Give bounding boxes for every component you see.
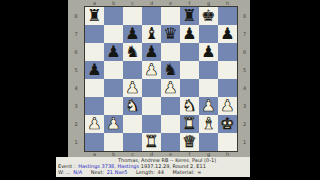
piece-white-bishop-g2[interactable]: ♝	[201, 116, 215, 132]
square-g3[interactable]: ♟	[199, 97, 218, 115]
square-f5[interactable]	[180, 61, 199, 79]
square-d2[interactable]	[142, 115, 161, 133]
piece-white-pawn-e4[interactable]: ♟	[163, 80, 177, 96]
piece-black-king-g8[interactable]: ♚	[201, 8, 215, 24]
rank-label-4-right: 4	[239, 79, 250, 97]
rank-label-8-left: 8	[68, 7, 84, 25]
status-line: W: ... N/A Next: 21.Nxe5 Length: 44 Mate…	[58, 170, 201, 175]
square-b2[interactable]: ♟	[104, 115, 123, 133]
square-d1[interactable]: ♜	[142, 133, 161, 151]
square-f8[interactable]: ♜	[180, 7, 199, 25]
piece-white-queen-f1[interactable]: ♛	[182, 134, 196, 150]
square-c6[interactable]: ♞	[123, 43, 142, 61]
piece-black-bishop-d7[interactable]: ♝	[144, 26, 158, 42]
square-e2[interactable]	[161, 115, 180, 133]
rank-label-6-right: 6	[239, 43, 250, 61]
square-g1[interactable]	[199, 133, 218, 151]
rank-label-7-left: 7	[68, 25, 84, 43]
square-c1[interactable]	[123, 133, 142, 151]
square-c4[interactable]: ♟	[123, 79, 142, 97]
square-b8[interactable]	[104, 7, 123, 25]
rank-label-1-right: 1	[239, 133, 250, 151]
rank-label-5-left: 5	[68, 61, 84, 79]
square-d6[interactable]: ♟	[142, 43, 161, 61]
square-g2[interactable]: ♝	[199, 115, 218, 133]
square-e1[interactable]	[161, 133, 180, 151]
square-a7[interactable]	[85, 25, 104, 43]
square-e6[interactable]	[161, 43, 180, 61]
square-d3[interactable]	[142, 97, 161, 115]
piece-black-rook-a8[interactable]: ♜	[87, 8, 101, 24]
square-h5[interactable]	[218, 61, 237, 79]
rank-label-7-right: 7	[239, 25, 250, 43]
piece-black-queen-e7[interactable]: ♛	[163, 26, 177, 42]
piece-black-pawn-a5[interactable]: ♟	[87, 62, 101, 78]
square-h3[interactable]: ♟	[218, 97, 237, 115]
material-label: Material:	[173, 169, 195, 175]
piece-white-knight-f3[interactable]: ♞	[182, 98, 196, 114]
square-h2[interactable]: ♚	[218, 115, 237, 133]
square-h7[interactable]: ♟	[218, 25, 237, 43]
square-a1[interactable]	[85, 133, 104, 151]
square-h1[interactable]	[218, 133, 237, 151]
square-h4[interactable]	[218, 79, 237, 97]
piece-white-pawn-a2[interactable]: ♟	[87, 116, 101, 132]
piece-white-pawn-b2[interactable]: ♟	[106, 116, 120, 132]
piece-black-pawn-f7[interactable]: ♟	[182, 26, 196, 42]
next-move-value: 21.Nxe5	[107, 169, 128, 175]
piece-black-rook-f8[interactable]: ♜	[182, 8, 196, 24]
square-g7[interactable]	[199, 25, 218, 43]
rank-label-2-right: 2	[239, 115, 250, 133]
rank-label-2-left: 2	[68, 115, 84, 133]
rank-label-1-left: 1	[68, 133, 84, 151]
piece-white-king-h2[interactable]: ♚	[220, 116, 234, 132]
piece-white-rook-d1[interactable]: ♜	[144, 134, 158, 150]
piece-white-pawn-d5[interactable]: ♟	[144, 62, 158, 78]
square-b7[interactable]	[104, 25, 123, 43]
square-e7[interactable]: ♛	[161, 25, 180, 43]
square-b6[interactable]: ♟	[104, 43, 123, 61]
square-b3[interactable]	[104, 97, 123, 115]
rank-label-6-left: 6	[68, 43, 84, 61]
caption-panel: Thomas, Andrew RB -- Keres, Paul (0-1) E…	[56, 157, 250, 177]
square-c8[interactable]	[123, 7, 142, 25]
square-f4[interactable]	[180, 79, 199, 97]
rank-label-8-right: 8	[239, 7, 250, 25]
rank-label-5-right: 5	[239, 61, 250, 79]
rank-label-3-left: 3	[68, 97, 84, 115]
square-b4[interactable]	[104, 79, 123, 97]
piece-black-pawn-h7[interactable]: ♟	[220, 26, 234, 42]
piece-black-pawn-d6[interactable]: ♟	[144, 44, 158, 60]
square-a6[interactable]	[85, 43, 104, 61]
square-g8[interactable]: ♚	[199, 7, 218, 25]
square-f1[interactable]: ♛	[180, 133, 199, 151]
length-label: Length:	[136, 169, 155, 175]
piece-white-pawn-h3[interactable]: ♟	[220, 98, 234, 114]
square-c2[interactable]	[123, 115, 142, 133]
square-g5[interactable]	[199, 61, 218, 79]
rank-labels-left: 87654321	[68, 7, 84, 151]
square-a8[interactable]: ♜	[85, 7, 104, 25]
square-e8[interactable]	[161, 7, 180, 25]
square-f6[interactable]	[180, 43, 199, 61]
square-e4[interactable]: ♟	[161, 79, 180, 97]
length-value: 44	[158, 169, 164, 175]
square-h8[interactable]	[218, 7, 237, 25]
white-value: N/A	[73, 169, 82, 175]
square-g4[interactable]	[199, 79, 218, 97]
piece-white-pawn-c4[interactable]: ♟	[125, 80, 139, 96]
rank-label-3-right: 3	[239, 97, 250, 115]
rank-label-4-left: 4	[68, 79, 84, 97]
piece-white-knight-c3[interactable]: ♞	[125, 98, 139, 114]
square-f3[interactable]: ♞	[180, 97, 199, 115]
square-c3[interactable]: ♞	[123, 97, 142, 115]
next-move-label: Next:	[91, 169, 104, 175]
chess-board[interactable]: ♜♜♚♟♝♛♟♟♟♞♟♟♟♟♞♟♟♞♞♟♟♟♟♜♝♚♜♛	[84, 6, 238, 152]
square-a5[interactable]: ♟	[85, 61, 104, 79]
square-b1[interactable]	[104, 133, 123, 151]
piece-white-rook-f2[interactable]: ♜	[182, 116, 196, 132]
square-b5[interactable]	[104, 61, 123, 79]
piece-black-knight-e5[interactable]: ♞	[163, 62, 177, 78]
square-c5[interactable]	[123, 61, 142, 79]
square-a2[interactable]: ♟	[85, 115, 104, 133]
square-h6[interactable]	[218, 43, 237, 61]
video-frame: abcdefgh 87654321 87654321 abcdefgh ♜♜♚♟…	[0, 0, 320, 180]
rank-labels-right: 87654321	[239, 7, 250, 151]
square-c7[interactable]: ♟	[123, 25, 142, 43]
square-g6[interactable]: ♟	[199, 43, 218, 61]
square-d4[interactable]	[142, 79, 161, 97]
square-e5[interactable]: ♞	[161, 61, 180, 79]
material-value: =	[197, 169, 201, 175]
square-d7[interactable]: ♝	[142, 25, 161, 43]
square-d5[interactable]: ♟	[142, 61, 161, 79]
white-label: W: ...	[58, 169, 71, 175]
square-f7[interactable]: ♟	[180, 25, 199, 43]
piece-black-pawn-c7[interactable]: ♟	[125, 26, 139, 42]
piece-black-pawn-b6[interactable]: ♟	[106, 44, 120, 60]
square-f2[interactable]: ♜	[180, 115, 199, 133]
square-a4[interactable]	[85, 79, 104, 97]
square-a3[interactable]	[85, 97, 104, 115]
square-e3[interactable]	[161, 97, 180, 115]
piece-black-pawn-g6[interactable]: ♟	[201, 44, 215, 60]
square-d8[interactable]	[142, 7, 161, 25]
piece-white-pawn-g3[interactable]: ♟	[201, 98, 215, 114]
piece-black-knight-c6[interactable]: ♞	[125, 44, 139, 60]
